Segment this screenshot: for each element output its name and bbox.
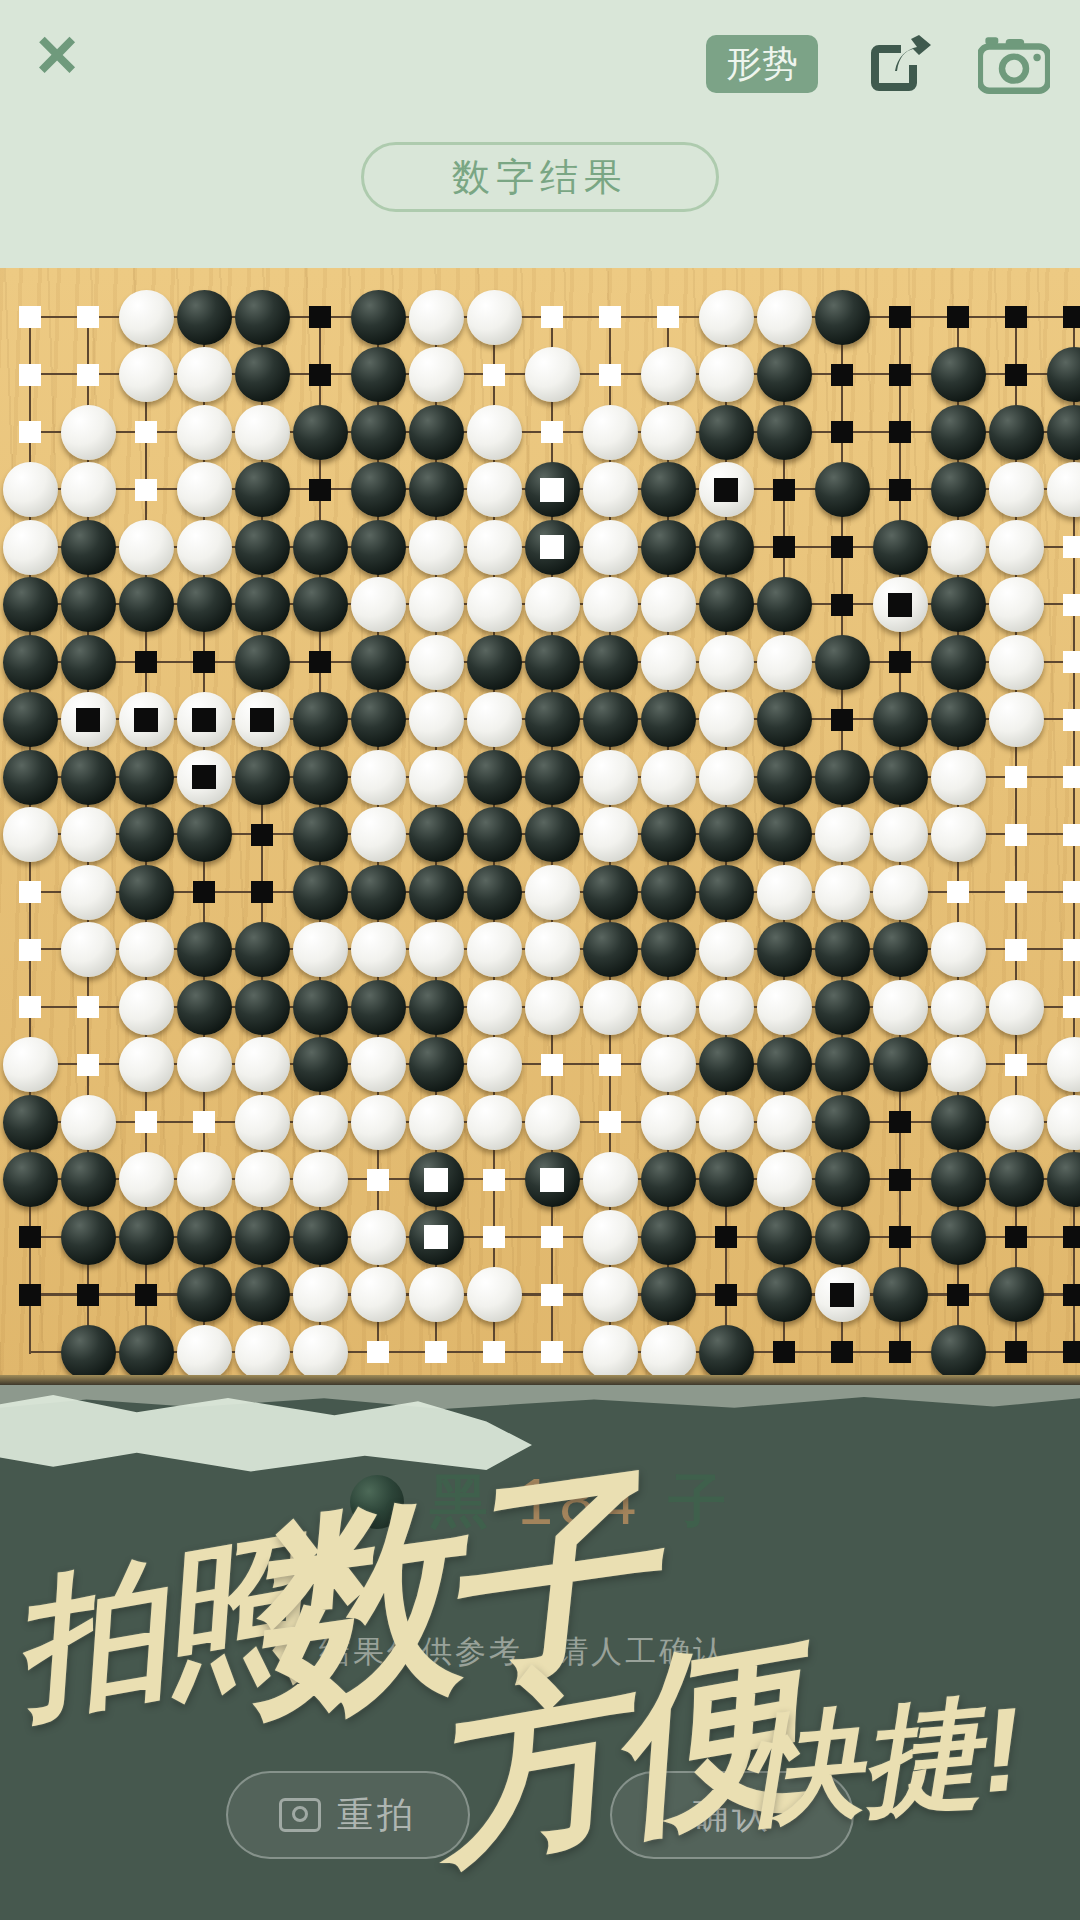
black-stone[interactable] bbox=[351, 290, 406, 345]
white-stone[interactable] bbox=[409, 347, 464, 402]
white-stone[interactable] bbox=[873, 865, 928, 920]
black-territory-marker[interactable] bbox=[889, 364, 911, 386]
white-stone[interactable] bbox=[699, 692, 754, 747]
white-stone[interactable] bbox=[467, 290, 522, 345]
white-stone[interactable] bbox=[641, 577, 696, 632]
white-stone[interactable] bbox=[409, 750, 464, 805]
white-territory-marker[interactable] bbox=[1005, 1054, 1027, 1076]
black-stone[interactable] bbox=[235, 922, 290, 977]
black-stone[interactable] bbox=[757, 807, 812, 862]
white-stone[interactable] bbox=[583, 1210, 638, 1265]
black-stone[interactable] bbox=[119, 1325, 174, 1380]
white-stone[interactable] bbox=[757, 980, 812, 1035]
white-stone[interactable] bbox=[177, 462, 232, 517]
white-stone[interactable] bbox=[757, 290, 812, 345]
white-territory-marker[interactable] bbox=[1005, 881, 1027, 903]
white-territory-marker[interactable] bbox=[77, 1054, 99, 1076]
black-territory-marker[interactable] bbox=[831, 709, 853, 731]
black-stone[interactable] bbox=[61, 1210, 116, 1265]
black-stone[interactable] bbox=[235, 462, 290, 517]
white-stone[interactable] bbox=[989, 635, 1044, 690]
black-stone[interactable] bbox=[119, 807, 174, 862]
black-stone[interactable] bbox=[931, 1325, 986, 1380]
black-stone[interactable] bbox=[815, 635, 870, 690]
black-stone[interactable] bbox=[293, 865, 348, 920]
number-result-tab[interactable]: 数字结果 bbox=[361, 142, 719, 212]
white-territory-marker[interactable] bbox=[19, 881, 41, 903]
black-stone[interactable] bbox=[757, 1267, 812, 1322]
white-territory-marker[interactable] bbox=[19, 421, 41, 443]
white-stone[interactable] bbox=[119, 520, 174, 575]
white-stone[interactable] bbox=[119, 692, 174, 747]
white-stone[interactable] bbox=[583, 1325, 638, 1380]
black-stone[interactable] bbox=[931, 1210, 986, 1265]
share-icon[interactable] bbox=[862, 28, 934, 100]
white-territory-marker[interactable] bbox=[947, 881, 969, 903]
black-stone[interactable] bbox=[235, 520, 290, 575]
black-stone[interactable] bbox=[641, 1267, 696, 1322]
black-stone[interactable] bbox=[235, 290, 290, 345]
black-stone[interactable] bbox=[815, 750, 870, 805]
black-stone[interactable] bbox=[293, 750, 348, 805]
white-stone[interactable] bbox=[931, 980, 986, 1035]
black-stone[interactable] bbox=[757, 405, 812, 460]
white-territory-marker[interactable] bbox=[367, 1341, 389, 1363]
black-stone[interactable] bbox=[699, 577, 754, 632]
black-territory-marker[interactable] bbox=[1063, 1284, 1080, 1306]
black-stone[interactable] bbox=[525, 692, 580, 747]
white-territory-marker[interactable] bbox=[19, 364, 41, 386]
white-stone[interactable] bbox=[409, 692, 464, 747]
white-stone[interactable] bbox=[235, 1152, 290, 1207]
white-stone[interactable] bbox=[583, 807, 638, 862]
white-stone[interactable] bbox=[177, 750, 232, 805]
white-territory-marker[interactable] bbox=[1063, 709, 1080, 731]
black-stone[interactable] bbox=[757, 577, 812, 632]
black-stone[interactable] bbox=[293, 405, 348, 460]
white-stone[interactable] bbox=[699, 1095, 754, 1150]
white-territory-marker[interactable] bbox=[1063, 881, 1080, 903]
white-stone[interactable] bbox=[989, 1095, 1044, 1150]
black-territory-marker[interactable] bbox=[1063, 1341, 1080, 1363]
black-stone[interactable] bbox=[119, 750, 174, 805]
white-territory-marker[interactable] bbox=[135, 479, 157, 501]
black-stone[interactable] bbox=[351, 462, 406, 517]
black-stone[interactable] bbox=[467, 750, 522, 805]
black-territory-marker[interactable] bbox=[19, 1226, 41, 1248]
black-stone[interactable] bbox=[61, 635, 116, 690]
white-territory-marker[interactable] bbox=[541, 1226, 563, 1248]
white-territory-marker[interactable] bbox=[1063, 536, 1080, 558]
white-stone[interactable] bbox=[351, 1095, 406, 1150]
black-stone[interactable] bbox=[235, 577, 290, 632]
black-territory-marker[interactable] bbox=[831, 594, 853, 616]
black-stone[interactable] bbox=[409, 405, 464, 460]
black-stone[interactable] bbox=[931, 405, 986, 460]
black-territory-marker[interactable] bbox=[193, 651, 215, 673]
black-stone[interactable] bbox=[815, 462, 870, 517]
white-stone[interactable] bbox=[583, 405, 638, 460]
white-stone[interactable] bbox=[641, 750, 696, 805]
white-stone[interactable] bbox=[467, 1095, 522, 1150]
white-stone[interactable] bbox=[757, 1095, 812, 1150]
white-stone[interactable] bbox=[525, 1095, 580, 1150]
black-stone[interactable] bbox=[931, 692, 986, 747]
white-territory-marker[interactable] bbox=[1063, 996, 1080, 1018]
black-territory-marker[interactable] bbox=[1005, 1341, 1027, 1363]
black-territory-marker[interactable] bbox=[309, 651, 331, 673]
white-stone[interactable] bbox=[467, 1037, 522, 1092]
white-stone[interactable] bbox=[641, 635, 696, 690]
black-stone[interactable] bbox=[815, 980, 870, 1035]
black-territory-marker[interactable] bbox=[889, 1169, 911, 1191]
black-stone[interactable] bbox=[757, 750, 812, 805]
black-stone[interactable] bbox=[815, 1095, 870, 1150]
white-stone[interactable] bbox=[235, 1095, 290, 1150]
white-stone[interactable] bbox=[351, 807, 406, 862]
black-stone[interactable] bbox=[177, 922, 232, 977]
white-territory-marker[interactable] bbox=[599, 306, 621, 328]
white-stone[interactable] bbox=[119, 1152, 174, 1207]
black-stone[interactable] bbox=[409, 807, 464, 862]
white-stone[interactable] bbox=[641, 1095, 696, 1150]
black-stone[interactable] bbox=[235, 347, 290, 402]
white-stone[interactable] bbox=[641, 1325, 696, 1380]
black-stone[interactable] bbox=[293, 1037, 348, 1092]
black-territory-marker[interactable] bbox=[831, 1341, 853, 1363]
black-territory-marker[interactable] bbox=[135, 651, 157, 673]
black-stone[interactable] bbox=[873, 1267, 928, 1322]
white-stone[interactable] bbox=[873, 980, 928, 1035]
black-territory-marker[interactable] bbox=[831, 536, 853, 558]
black-territory-marker[interactable] bbox=[1005, 1226, 1027, 1248]
black-stone[interactable] bbox=[3, 635, 58, 690]
white-stone[interactable] bbox=[235, 1325, 290, 1380]
black-stone[interactable] bbox=[119, 865, 174, 920]
white-stone[interactable] bbox=[467, 577, 522, 632]
black-stone[interactable] bbox=[61, 1325, 116, 1380]
white-stone[interactable] bbox=[467, 405, 522, 460]
white-stone[interactable] bbox=[61, 922, 116, 977]
black-stone[interactable] bbox=[351, 405, 406, 460]
white-stone[interactable] bbox=[525, 980, 580, 1035]
white-stone[interactable] bbox=[409, 1267, 464, 1322]
black-stone[interactable] bbox=[409, 1210, 464, 1265]
black-stone[interactable] bbox=[61, 577, 116, 632]
white-stone[interactable] bbox=[699, 290, 754, 345]
black-stone[interactable] bbox=[873, 520, 928, 575]
black-stone[interactable] bbox=[757, 1210, 812, 1265]
black-stone[interactable] bbox=[699, 1037, 754, 1092]
white-stone[interactable] bbox=[989, 980, 1044, 1035]
white-territory-marker[interactable] bbox=[599, 364, 621, 386]
black-territory-marker[interactable] bbox=[889, 1226, 911, 1248]
white-stone[interactable] bbox=[61, 692, 116, 747]
black-territory-marker[interactable] bbox=[889, 1341, 911, 1363]
black-stone[interactable] bbox=[351, 692, 406, 747]
white-stone[interactable] bbox=[409, 922, 464, 977]
black-stone[interactable] bbox=[235, 635, 290, 690]
white-stone[interactable] bbox=[931, 807, 986, 862]
black-territory-marker[interactable] bbox=[1063, 306, 1080, 328]
black-stone[interactable] bbox=[409, 980, 464, 1035]
black-territory-marker[interactable] bbox=[309, 364, 331, 386]
white-territory-marker[interactable] bbox=[483, 1226, 505, 1248]
white-stone[interactable] bbox=[815, 865, 870, 920]
black-stone[interactable] bbox=[177, 807, 232, 862]
white-territory-marker[interactable] bbox=[19, 939, 41, 961]
black-stone[interactable] bbox=[467, 807, 522, 862]
white-stone[interactable] bbox=[409, 520, 464, 575]
black-stone[interactable] bbox=[641, 1152, 696, 1207]
white-stone[interactable] bbox=[989, 577, 1044, 632]
white-stone[interactable] bbox=[989, 462, 1044, 517]
go-board[interactable] bbox=[0, 268, 1080, 1385]
black-stone[interactable] bbox=[409, 865, 464, 920]
black-stone[interactable] bbox=[641, 807, 696, 862]
white-stone[interactable] bbox=[3, 807, 58, 862]
white-stone[interactable] bbox=[351, 1267, 406, 1322]
black-stone[interactable] bbox=[699, 520, 754, 575]
white-stone[interactable] bbox=[931, 922, 986, 977]
white-stone[interactable] bbox=[757, 865, 812, 920]
black-territory-marker[interactable] bbox=[309, 479, 331, 501]
white-stone[interactable] bbox=[3, 520, 58, 575]
black-stone[interactable] bbox=[235, 980, 290, 1035]
white-stone[interactable] bbox=[119, 1037, 174, 1092]
black-territory-marker[interactable] bbox=[251, 824, 273, 846]
black-stone[interactable] bbox=[931, 347, 986, 402]
white-stone[interactable] bbox=[815, 1267, 870, 1322]
white-territory-marker[interactable] bbox=[1063, 824, 1080, 846]
black-stone[interactable] bbox=[119, 1210, 174, 1265]
white-territory-marker[interactable] bbox=[135, 421, 157, 443]
white-stone[interactable] bbox=[177, 1325, 232, 1380]
white-stone[interactable] bbox=[583, 462, 638, 517]
white-stone[interactable] bbox=[3, 1037, 58, 1092]
white-stone[interactable] bbox=[641, 405, 696, 460]
white-stone[interactable] bbox=[699, 750, 754, 805]
white-territory-marker[interactable] bbox=[1063, 766, 1080, 788]
black-stone[interactable] bbox=[61, 520, 116, 575]
white-stone[interactable] bbox=[699, 635, 754, 690]
white-stone[interactable] bbox=[583, 1152, 638, 1207]
white-stone[interactable] bbox=[177, 692, 232, 747]
black-stone[interactable] bbox=[525, 520, 580, 575]
black-stone[interactable] bbox=[351, 635, 406, 690]
white-stone[interactable] bbox=[525, 922, 580, 977]
black-stone[interactable] bbox=[583, 865, 638, 920]
black-stone[interactable] bbox=[815, 290, 870, 345]
white-stone[interactable] bbox=[351, 1210, 406, 1265]
white-stone[interactable] bbox=[351, 922, 406, 977]
black-stone[interactable] bbox=[931, 1152, 986, 1207]
black-stone[interactable] bbox=[525, 1152, 580, 1207]
white-territory-marker[interactable] bbox=[1063, 939, 1080, 961]
white-stone[interactable] bbox=[235, 1037, 290, 1092]
black-stone[interactable] bbox=[177, 577, 232, 632]
black-stone[interactable] bbox=[757, 922, 812, 977]
black-stone[interactable] bbox=[989, 1267, 1044, 1322]
black-stone[interactable] bbox=[931, 1095, 986, 1150]
white-stone[interactable] bbox=[583, 750, 638, 805]
black-stone[interactable] bbox=[351, 520, 406, 575]
black-stone[interactable] bbox=[3, 750, 58, 805]
black-stone[interactable] bbox=[525, 635, 580, 690]
white-stone[interactable] bbox=[525, 865, 580, 920]
black-stone[interactable] bbox=[3, 1152, 58, 1207]
black-stone[interactable] bbox=[351, 865, 406, 920]
black-stone[interactable] bbox=[989, 1152, 1044, 1207]
black-stone[interactable] bbox=[873, 692, 928, 747]
black-stone[interactable] bbox=[235, 1267, 290, 1322]
black-stone[interactable] bbox=[235, 750, 290, 805]
white-stone[interactable] bbox=[3, 462, 58, 517]
white-stone[interactable] bbox=[467, 462, 522, 517]
white-stone[interactable] bbox=[467, 520, 522, 575]
black-stone[interactable] bbox=[409, 1037, 464, 1092]
black-territory-marker[interactable] bbox=[773, 536, 795, 558]
white-stone[interactable] bbox=[757, 1152, 812, 1207]
white-territory-marker[interactable] bbox=[599, 1111, 621, 1133]
black-territory-marker[interactable] bbox=[1005, 306, 1027, 328]
black-stone[interactable] bbox=[757, 1037, 812, 1092]
close-icon[interactable]: × bbox=[36, 18, 78, 90]
black-stone[interactable] bbox=[815, 1037, 870, 1092]
black-territory-marker[interactable] bbox=[1063, 1226, 1080, 1248]
white-territory-marker[interactable] bbox=[483, 364, 505, 386]
black-territory-marker[interactable] bbox=[715, 1226, 737, 1248]
black-stone[interactable] bbox=[293, 807, 348, 862]
black-stone[interactable] bbox=[699, 807, 754, 862]
black-stone[interactable] bbox=[583, 635, 638, 690]
white-territory-marker[interactable] bbox=[483, 1169, 505, 1191]
black-stone[interactable] bbox=[583, 922, 638, 977]
white-stone[interactable] bbox=[583, 520, 638, 575]
black-stone[interactable] bbox=[177, 290, 232, 345]
white-territory-marker[interactable] bbox=[657, 306, 679, 328]
black-territory-marker[interactable] bbox=[889, 306, 911, 328]
black-stone[interactable] bbox=[699, 405, 754, 460]
white-stone[interactable] bbox=[873, 577, 928, 632]
white-stone[interactable] bbox=[699, 922, 754, 977]
black-territory-marker[interactable] bbox=[19, 1284, 41, 1306]
white-stone[interactable] bbox=[525, 577, 580, 632]
white-stone[interactable] bbox=[815, 807, 870, 862]
white-stone[interactable] bbox=[467, 922, 522, 977]
white-stone[interactable] bbox=[467, 980, 522, 1035]
black-territory-marker[interactable] bbox=[773, 479, 795, 501]
black-stone[interactable] bbox=[815, 1210, 870, 1265]
black-territory-marker[interactable] bbox=[889, 421, 911, 443]
black-stone[interactable] bbox=[583, 692, 638, 747]
black-stone[interactable] bbox=[873, 922, 928, 977]
black-stone[interactable] bbox=[351, 347, 406, 402]
white-stone[interactable] bbox=[699, 347, 754, 402]
white-stone[interactable] bbox=[641, 1037, 696, 1092]
black-stone[interactable] bbox=[467, 635, 522, 690]
white-stone[interactable] bbox=[467, 1267, 522, 1322]
white-stone[interactable] bbox=[351, 1037, 406, 1092]
white-stone[interactable] bbox=[931, 750, 986, 805]
black-stone[interactable] bbox=[873, 1037, 928, 1092]
white-stone[interactable] bbox=[931, 1037, 986, 1092]
white-territory-marker[interactable] bbox=[1005, 824, 1027, 846]
black-stone[interactable] bbox=[815, 922, 870, 977]
white-territory-marker[interactable] bbox=[77, 306, 99, 328]
white-stone[interactable] bbox=[119, 980, 174, 1035]
white-territory-marker[interactable] bbox=[77, 996, 99, 1018]
black-stone[interactable] bbox=[873, 750, 928, 805]
camera-icon[interactable] bbox=[978, 28, 1050, 100]
white-stone[interactable] bbox=[177, 405, 232, 460]
black-stone[interactable] bbox=[525, 462, 580, 517]
black-stone[interactable] bbox=[641, 865, 696, 920]
black-territory-marker[interactable] bbox=[947, 306, 969, 328]
white-stone[interactable] bbox=[467, 692, 522, 747]
black-stone[interactable] bbox=[3, 692, 58, 747]
white-stone[interactable] bbox=[293, 1152, 348, 1207]
black-territory-marker[interactable] bbox=[889, 651, 911, 673]
black-stone[interactable] bbox=[3, 577, 58, 632]
white-stone[interactable] bbox=[293, 1267, 348, 1322]
black-stone[interactable] bbox=[641, 1210, 696, 1265]
black-stone[interactable] bbox=[467, 865, 522, 920]
black-stone[interactable] bbox=[293, 980, 348, 1035]
black-stone[interactable] bbox=[641, 520, 696, 575]
white-stone[interactable] bbox=[525, 347, 580, 402]
white-territory-marker[interactable] bbox=[367, 1169, 389, 1191]
black-stone[interactable] bbox=[119, 577, 174, 632]
black-stone[interactable] bbox=[757, 692, 812, 747]
white-stone[interactable] bbox=[119, 347, 174, 402]
white-stone[interactable] bbox=[177, 347, 232, 402]
black-territory-marker[interactable] bbox=[309, 306, 331, 328]
white-stone[interactable] bbox=[119, 290, 174, 345]
black-stone[interactable] bbox=[293, 577, 348, 632]
white-stone[interactable] bbox=[583, 1267, 638, 1322]
white-territory-marker[interactable] bbox=[135, 1111, 157, 1133]
white-territory-marker[interactable] bbox=[1005, 766, 1027, 788]
white-territory-marker[interactable] bbox=[193, 1111, 215, 1133]
white-stone[interactable] bbox=[931, 520, 986, 575]
white-stone[interactable] bbox=[757, 635, 812, 690]
black-stone[interactable] bbox=[641, 462, 696, 517]
white-stone[interactable] bbox=[61, 807, 116, 862]
black-stone[interactable] bbox=[177, 1210, 232, 1265]
black-stone[interactable] bbox=[235, 1210, 290, 1265]
black-stone[interactable] bbox=[525, 750, 580, 805]
white-stone[interactable] bbox=[235, 692, 290, 747]
white-stone[interactable] bbox=[699, 462, 754, 517]
black-stone[interactable] bbox=[699, 865, 754, 920]
black-stone[interactable] bbox=[815, 1152, 870, 1207]
black-territory-marker[interactable] bbox=[831, 421, 853, 443]
white-territory-marker[interactable] bbox=[541, 1341, 563, 1363]
black-stone[interactable] bbox=[409, 462, 464, 517]
white-stone[interactable] bbox=[409, 577, 464, 632]
white-stone[interactable] bbox=[989, 520, 1044, 575]
black-stone[interactable] bbox=[293, 520, 348, 575]
white-territory-marker[interactable] bbox=[1063, 651, 1080, 673]
white-territory-marker[interactable] bbox=[19, 306, 41, 328]
white-stone[interactable] bbox=[61, 405, 116, 460]
white-territory-marker[interactable] bbox=[19, 996, 41, 1018]
white-stone[interactable] bbox=[583, 577, 638, 632]
white-territory-marker[interactable] bbox=[541, 421, 563, 443]
white-stone[interactable] bbox=[351, 577, 406, 632]
white-territory-marker[interactable] bbox=[541, 1054, 563, 1076]
